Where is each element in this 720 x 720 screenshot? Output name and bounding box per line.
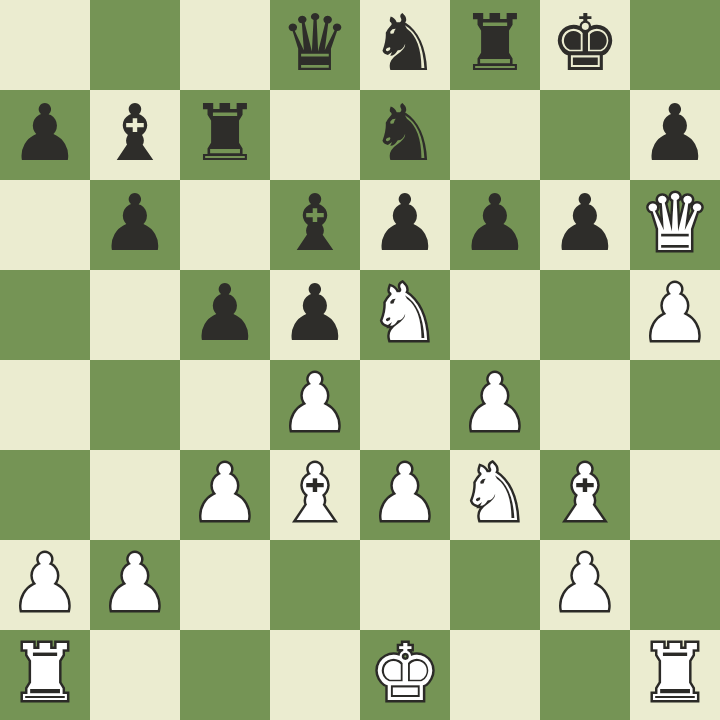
- white-pawn[interactable]: ♟: [460, 358, 530, 448]
- black-pawn[interactable]: ♟: [280, 268, 350, 358]
- white-bishop[interactable]: ♝: [280, 448, 350, 538]
- square-c1[interactable]: [180, 630, 270, 720]
- square-h5[interactable]: ♟: [630, 270, 720, 360]
- square-f1[interactable]: [450, 630, 540, 720]
- square-e7[interactable]: ♞: [360, 90, 450, 180]
- square-h1[interactable]: ♜: [630, 630, 720, 720]
- square-g5[interactable]: [540, 270, 630, 360]
- black-pawn[interactable]: ♟: [100, 178, 170, 268]
- square-g3[interactable]: ♝: [540, 450, 630, 540]
- black-pawn[interactable]: ♟: [460, 178, 530, 268]
- square-h2[interactable]: [630, 540, 720, 630]
- square-h7[interactable]: ♟: [630, 90, 720, 180]
- white-pawn[interactable]: ♟: [10, 538, 80, 628]
- square-d7[interactable]: [270, 90, 360, 180]
- square-d1[interactable]: [270, 630, 360, 720]
- square-e2[interactable]: [360, 540, 450, 630]
- square-f4[interactable]: ♟: [450, 360, 540, 450]
- square-d8[interactable]: ♛: [270, 0, 360, 90]
- square-e4[interactable]: [360, 360, 450, 450]
- black-pawn[interactable]: ♟: [370, 178, 440, 268]
- black-knight[interactable]: ♞: [370, 88, 440, 178]
- black-pawn[interactable]: ♟: [640, 88, 710, 178]
- square-d2[interactable]: [270, 540, 360, 630]
- square-g8[interactable]: ♚: [540, 0, 630, 90]
- black-bishop[interactable]: ♝: [280, 178, 350, 268]
- square-c7[interactable]: ♜: [180, 90, 270, 180]
- white-pawn[interactable]: ♟: [280, 358, 350, 448]
- square-a7[interactable]: ♟: [0, 90, 90, 180]
- square-b1[interactable]: [90, 630, 180, 720]
- square-a1[interactable]: ♜: [0, 630, 90, 720]
- square-g4[interactable]: [540, 360, 630, 450]
- white-pawn[interactable]: ♟: [550, 538, 620, 628]
- square-a4[interactable]: [0, 360, 90, 450]
- black-knight[interactable]: ♞: [370, 0, 440, 88]
- square-a6[interactable]: [0, 180, 90, 270]
- white-pawn[interactable]: ♟: [190, 448, 260, 538]
- black-pawn[interactable]: ♟: [10, 88, 80, 178]
- square-e1[interactable]: ♚: [360, 630, 450, 720]
- square-c5[interactable]: ♟: [180, 270, 270, 360]
- square-f3[interactable]: ♞: [450, 450, 540, 540]
- square-c4[interactable]: [180, 360, 270, 450]
- square-e3[interactable]: ♟: [360, 450, 450, 540]
- black-pawn[interactable]: ♟: [550, 178, 620, 268]
- square-c6[interactable]: [180, 180, 270, 270]
- square-h4[interactable]: [630, 360, 720, 450]
- square-d5[interactable]: ♟: [270, 270, 360, 360]
- square-e8[interactable]: ♞: [360, 0, 450, 90]
- square-f8[interactable]: ♜: [450, 0, 540, 90]
- white-bishop[interactable]: ♝: [550, 448, 620, 538]
- square-b7[interactable]: ♝: [90, 90, 180, 180]
- square-f7[interactable]: [450, 90, 540, 180]
- square-h3[interactable]: [630, 450, 720, 540]
- black-king[interactable]: ♚: [550, 0, 620, 88]
- white-knight[interactable]: ♞: [370, 268, 440, 358]
- square-e5[interactable]: ♞: [360, 270, 450, 360]
- black-rook[interactable]: ♜: [190, 88, 260, 178]
- square-b8[interactable]: [90, 0, 180, 90]
- white-rook[interactable]: ♜: [10, 628, 80, 718]
- square-a2[interactable]: ♟: [0, 540, 90, 630]
- square-e6[interactable]: ♟: [360, 180, 450, 270]
- square-c2[interactable]: [180, 540, 270, 630]
- square-a8[interactable]: [0, 0, 90, 90]
- white-king[interactable]: ♚: [370, 628, 440, 718]
- square-a5[interactable]: [0, 270, 90, 360]
- square-c8[interactable]: [180, 0, 270, 90]
- white-pawn[interactable]: ♟: [370, 448, 440, 538]
- black-pawn[interactable]: ♟: [190, 268, 260, 358]
- square-f2[interactable]: [450, 540, 540, 630]
- black-rook[interactable]: ♜: [460, 0, 530, 88]
- square-h6[interactable]: ♛: [630, 180, 720, 270]
- chess-board: ♛♞♜♚♟♝♜♞♟♟♝♟♟♟♛♟♟♞♟♟♟♟♝♟♞♝♟♟♟♜♚♜: [0, 0, 720, 720]
- square-f6[interactable]: ♟: [450, 180, 540, 270]
- square-g7[interactable]: [540, 90, 630, 180]
- white-pawn[interactable]: ♟: [100, 538, 170, 628]
- white-queen[interactable]: ♛: [640, 178, 710, 268]
- square-b5[interactable]: [90, 270, 180, 360]
- square-d3[interactable]: ♝: [270, 450, 360, 540]
- black-queen[interactable]: ♛: [280, 0, 350, 88]
- square-g1[interactable]: [540, 630, 630, 720]
- square-c3[interactable]: ♟: [180, 450, 270, 540]
- white-rook[interactable]: ♜: [640, 628, 710, 718]
- square-d6[interactable]: ♝: [270, 180, 360, 270]
- square-a3[interactable]: [0, 450, 90, 540]
- square-g2[interactable]: ♟: [540, 540, 630, 630]
- white-pawn[interactable]: ♟: [640, 268, 710, 358]
- square-b6[interactable]: ♟: [90, 180, 180, 270]
- black-bishop[interactable]: ♝: [100, 88, 170, 178]
- square-b4[interactable]: [90, 360, 180, 450]
- square-g6[interactable]: ♟: [540, 180, 630, 270]
- square-b2[interactable]: ♟: [90, 540, 180, 630]
- square-d4[interactable]: ♟: [270, 360, 360, 450]
- square-b3[interactable]: [90, 450, 180, 540]
- square-f5[interactable]: [450, 270, 540, 360]
- white-knight[interactable]: ♞: [460, 448, 530, 538]
- square-h8[interactable]: [630, 0, 720, 90]
